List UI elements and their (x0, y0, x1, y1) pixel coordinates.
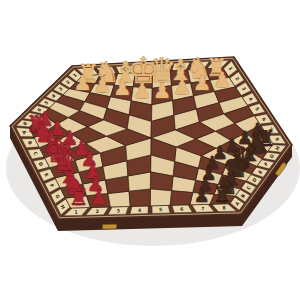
three-player-chess-board: ABCDEFGHABCDEFGHABCDEFGH1234567812345678… (0, 0, 300, 300)
black-pawn: ♟ (194, 185, 210, 206)
coordinate-label: 6 (180, 207, 183, 212)
coordinate-label: 2 (96, 209, 99, 214)
brass-hinge (102, 224, 116, 229)
board-cell (108, 191, 130, 207)
white-pawn: ♟ (213, 68, 232, 92)
board-cell (170, 191, 193, 206)
coordinate-label: 5 (159, 207, 162, 212)
white-pawn: ♟ (93, 73, 112, 97)
board-cell (150, 189, 171, 206)
board-cell (129, 189, 150, 207)
coordinate-label: 4 (138, 208, 141, 213)
white-pawn: ♟ (153, 79, 172, 103)
red-pawn: ♟ (90, 186, 108, 209)
white-pawn: ♟ (173, 75, 192, 99)
black-rook: ♜ (213, 182, 232, 207)
product-photo: ABCDEFGHABCDEFGHABCDEFGH1234567812345678… (0, 0, 300, 300)
coordinate-label: 3 (117, 208, 120, 213)
white-pawn: ♟ (113, 76, 132, 100)
coordinate-label: 7 (201, 206, 204, 211)
white-pawn: ♟ (193, 71, 212, 95)
white-pawn: ♟ (133, 79, 152, 103)
white-pawn: ♟ (73, 71, 92, 95)
red-rook: ♜ (68, 184, 89, 210)
coordinate-label: 1 (74, 210, 77, 215)
